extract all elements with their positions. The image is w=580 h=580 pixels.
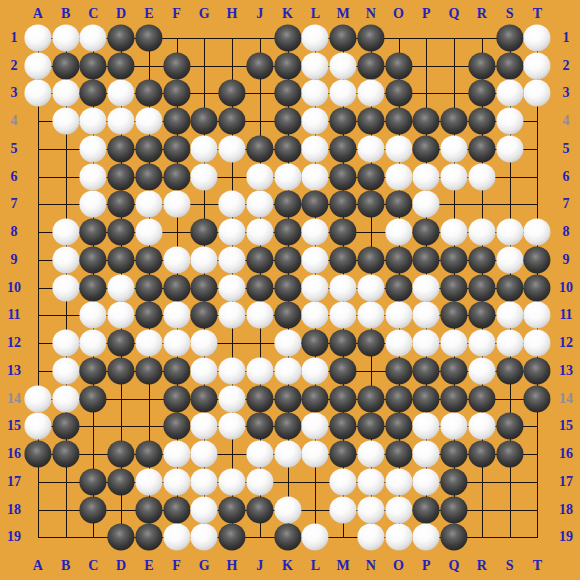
black-stone-F10[interactable] bbox=[163, 274, 190, 301]
white-stone-R12[interactable] bbox=[468, 329, 495, 356]
white-stone-L4[interactable] bbox=[302, 107, 329, 134]
black-stone-K8[interactable] bbox=[274, 218, 301, 245]
black-stone-K10[interactable] bbox=[274, 274, 301, 301]
black-stone-K9[interactable] bbox=[274, 246, 301, 273]
white-stone-K18[interactable] bbox=[274, 496, 301, 523]
black-stone-P8[interactable] bbox=[413, 218, 440, 245]
white-stone-R15[interactable] bbox=[468, 413, 495, 440]
black-stone-Q14[interactable] bbox=[440, 385, 467, 412]
white-stone-G13[interactable] bbox=[191, 357, 218, 384]
black-stone-K1[interactable] bbox=[274, 24, 301, 51]
white-stone-M2[interactable] bbox=[329, 52, 356, 79]
black-stone-M6[interactable] bbox=[329, 163, 356, 190]
white-stone-L9[interactable] bbox=[302, 246, 329, 273]
black-stone-N14[interactable] bbox=[357, 385, 384, 412]
white-stone-H9[interactable] bbox=[218, 246, 245, 273]
black-stone-K7[interactable] bbox=[274, 191, 301, 218]
black-stone-P9[interactable] bbox=[413, 246, 440, 273]
black-stone-F18[interactable] bbox=[163, 496, 190, 523]
white-stone-H8[interactable] bbox=[218, 218, 245, 245]
black-stone-C9[interactable] bbox=[80, 246, 107, 273]
white-stone-H14[interactable] bbox=[218, 385, 245, 412]
black-stone-E19[interactable] bbox=[135, 524, 162, 551]
black-stone-H3[interactable] bbox=[218, 80, 245, 107]
white-stone-P6[interactable] bbox=[413, 163, 440, 190]
black-stone-M14[interactable] bbox=[329, 385, 356, 412]
black-stone-C17[interactable] bbox=[80, 468, 107, 495]
white-stone-F9[interactable] bbox=[163, 246, 190, 273]
row-label-right: 5 bbox=[563, 142, 570, 156]
black-stone-R4[interactable] bbox=[468, 107, 495, 134]
black-stone-G14[interactable] bbox=[191, 385, 218, 412]
black-stone-S10[interactable] bbox=[496, 274, 523, 301]
row-label-left: 19 bbox=[7, 530, 21, 544]
black-stone-T10[interactable] bbox=[524, 274, 551, 301]
black-stone-N7[interactable] bbox=[357, 191, 384, 218]
black-stone-S1[interactable] bbox=[496, 24, 523, 51]
white-stone-G19[interactable] bbox=[191, 524, 218, 551]
column-label-top: G bbox=[199, 7, 210, 21]
white-stone-K12[interactable] bbox=[274, 329, 301, 356]
black-stone-L12[interactable] bbox=[302, 329, 329, 356]
white-stone-N5[interactable] bbox=[357, 135, 384, 162]
black-stone-M16[interactable] bbox=[329, 440, 356, 467]
black-stone-Q18[interactable] bbox=[440, 496, 467, 523]
white-stone-P10[interactable] bbox=[413, 274, 440, 301]
black-stone-E16[interactable] bbox=[135, 440, 162, 467]
black-stone-J9[interactable] bbox=[246, 246, 273, 273]
black-stone-A16[interactable] bbox=[24, 440, 51, 467]
white-stone-L5[interactable] bbox=[302, 135, 329, 162]
black-stone-O14[interactable] bbox=[385, 385, 412, 412]
white-stone-L15[interactable] bbox=[302, 413, 329, 440]
white-stone-J13[interactable] bbox=[246, 357, 273, 384]
white-stone-G16[interactable] bbox=[191, 440, 218, 467]
black-stone-C14[interactable] bbox=[80, 385, 107, 412]
white-stone-B1[interactable] bbox=[52, 24, 79, 51]
black-stone-O3[interactable] bbox=[385, 80, 412, 107]
black-stone-E18[interactable] bbox=[135, 496, 162, 523]
black-stone-D13[interactable] bbox=[107, 357, 134, 384]
black-stone-L14[interactable] bbox=[302, 385, 329, 412]
white-stone-Q6[interactable] bbox=[440, 163, 467, 190]
white-stone-F12[interactable] bbox=[163, 329, 190, 356]
black-stone-J14[interactable] bbox=[246, 385, 273, 412]
black-stone-J18[interactable] bbox=[246, 496, 273, 523]
black-stone-K11[interactable] bbox=[274, 302, 301, 329]
white-stone-E17[interactable] bbox=[135, 468, 162, 495]
black-stone-M9[interactable] bbox=[329, 246, 356, 273]
white-stone-P17[interactable] bbox=[413, 468, 440, 495]
black-stone-Q17[interactable] bbox=[440, 468, 467, 495]
white-stone-E4[interactable] bbox=[135, 107, 162, 134]
white-stone-S8[interactable] bbox=[496, 218, 523, 245]
black-stone-K19[interactable] bbox=[274, 524, 301, 551]
black-stone-G8[interactable] bbox=[191, 218, 218, 245]
black-stone-D9[interactable] bbox=[107, 246, 134, 273]
white-stone-O17[interactable] bbox=[385, 468, 412, 495]
black-stone-J2[interactable] bbox=[246, 52, 273, 79]
white-stone-C7[interactable] bbox=[80, 191, 107, 218]
white-stone-N19[interactable] bbox=[357, 524, 384, 551]
white-stone-C12[interactable] bbox=[80, 329, 107, 356]
white-stone-Q5[interactable] bbox=[440, 135, 467, 162]
white-stone-M18[interactable] bbox=[329, 496, 356, 523]
white-stone-J8[interactable] bbox=[246, 218, 273, 245]
white-stone-E7[interactable] bbox=[135, 191, 162, 218]
black-stone-H4[interactable] bbox=[218, 107, 245, 134]
white-stone-R8[interactable] bbox=[468, 218, 495, 245]
column-label-bottom: R bbox=[477, 559, 487, 573]
black-stone-N15[interactable] bbox=[357, 413, 384, 440]
black-stone-T13[interactable] bbox=[524, 357, 551, 384]
white-stone-M10[interactable] bbox=[329, 274, 356, 301]
black-stone-R3[interactable] bbox=[468, 80, 495, 107]
white-stone-K6[interactable] bbox=[274, 163, 301, 190]
black-stone-F14[interactable] bbox=[163, 385, 190, 412]
black-stone-K3[interactable] bbox=[274, 80, 301, 107]
black-stone-J10[interactable] bbox=[246, 274, 273, 301]
white-stone-N3[interactable] bbox=[357, 80, 384, 107]
white-stone-E8[interactable] bbox=[135, 218, 162, 245]
column-label-bottom: F bbox=[172, 559, 181, 573]
black-stone-N4[interactable] bbox=[357, 107, 384, 134]
black-stone-E6[interactable] bbox=[135, 163, 162, 190]
white-stone-L1[interactable] bbox=[302, 24, 329, 51]
column-label-bottom: K bbox=[282, 559, 293, 573]
white-stone-E12[interactable] bbox=[135, 329, 162, 356]
white-stone-J16[interactable] bbox=[246, 440, 273, 467]
white-stone-S12[interactable] bbox=[496, 329, 523, 356]
black-stone-B2[interactable] bbox=[52, 52, 79, 79]
black-stone-D8[interactable] bbox=[107, 218, 134, 245]
black-stone-Q10[interactable] bbox=[440, 274, 467, 301]
black-stone-E5[interactable] bbox=[135, 135, 162, 162]
white-stone-F16[interactable] bbox=[163, 440, 190, 467]
white-stone-J11[interactable] bbox=[246, 302, 273, 329]
black-stone-M4[interactable] bbox=[329, 107, 356, 134]
black-stone-R16[interactable] bbox=[468, 440, 495, 467]
column-label-bottom: G bbox=[199, 559, 210, 573]
black-stone-R11[interactable] bbox=[468, 302, 495, 329]
white-stone-L2[interactable] bbox=[302, 52, 329, 79]
black-stone-M5[interactable] bbox=[329, 135, 356, 162]
black-stone-G4[interactable] bbox=[191, 107, 218, 134]
black-stone-E9[interactable] bbox=[135, 246, 162, 273]
white-stone-B8[interactable] bbox=[52, 218, 79, 245]
white-stone-C5[interactable] bbox=[80, 135, 107, 162]
black-stone-M7[interactable] bbox=[329, 191, 356, 218]
white-stone-G15[interactable] bbox=[191, 413, 218, 440]
white-stone-L8[interactable] bbox=[302, 218, 329, 245]
white-stone-N18[interactable] bbox=[357, 496, 384, 523]
white-stone-O18[interactable] bbox=[385, 496, 412, 523]
black-stone-S13[interactable] bbox=[496, 357, 523, 384]
black-stone-S16[interactable] bbox=[496, 440, 523, 467]
row-label-right: 16 bbox=[559, 447, 573, 461]
black-stone-B15[interactable] bbox=[52, 413, 79, 440]
white-stone-D3[interactable] bbox=[107, 80, 134, 107]
white-stone-P12[interactable] bbox=[413, 329, 440, 356]
white-stone-N17[interactable] bbox=[357, 468, 384, 495]
black-stone-Q13[interactable] bbox=[440, 357, 467, 384]
black-stone-N9[interactable] bbox=[357, 246, 384, 273]
white-stone-C4[interactable] bbox=[80, 107, 107, 134]
black-stone-S2[interactable] bbox=[496, 52, 523, 79]
white-stone-H15[interactable] bbox=[218, 413, 245, 440]
black-stone-E11[interactable] bbox=[135, 302, 162, 329]
white-stone-C11[interactable] bbox=[80, 302, 107, 329]
black-stone-E10[interactable] bbox=[135, 274, 162, 301]
white-stone-T11[interactable] bbox=[524, 302, 551, 329]
column-label-top: B bbox=[61, 7, 70, 21]
white-stone-G18[interactable] bbox=[191, 496, 218, 523]
black-stone-D2[interactable] bbox=[107, 52, 134, 79]
white-stone-L3[interactable] bbox=[302, 80, 329, 107]
black-stone-K14[interactable] bbox=[274, 385, 301, 412]
white-stone-L11[interactable] bbox=[302, 302, 329, 329]
white-stone-A2[interactable] bbox=[24, 52, 51, 79]
white-stone-H10[interactable] bbox=[218, 274, 245, 301]
black-stone-N2[interactable] bbox=[357, 52, 384, 79]
white-stone-L13[interactable] bbox=[302, 357, 329, 384]
white-stone-S5[interactable] bbox=[496, 135, 523, 162]
white-stone-F19[interactable] bbox=[163, 524, 190, 551]
white-stone-L19[interactable] bbox=[302, 524, 329, 551]
white-stone-A14[interactable] bbox=[24, 385, 51, 412]
black-stone-O10[interactable] bbox=[385, 274, 412, 301]
black-stone-K2[interactable] bbox=[274, 52, 301, 79]
column-label-bottom: A bbox=[33, 559, 43, 573]
white-stone-N16[interactable] bbox=[357, 440, 384, 467]
black-stone-C18[interactable] bbox=[80, 496, 107, 523]
white-stone-O6[interactable] bbox=[385, 163, 412, 190]
black-stone-O2[interactable] bbox=[385, 52, 412, 79]
black-stone-C3[interactable] bbox=[80, 80, 107, 107]
black-stone-K15[interactable] bbox=[274, 413, 301, 440]
black-stone-D1[interactable] bbox=[107, 24, 134, 51]
white-stone-D11[interactable] bbox=[107, 302, 134, 329]
black-stone-D16[interactable] bbox=[107, 440, 134, 467]
column-label-top: K bbox=[282, 7, 293, 21]
white-stone-M11[interactable] bbox=[329, 302, 356, 329]
white-stone-C1[interactable] bbox=[80, 24, 107, 51]
white-stone-O12[interactable] bbox=[385, 329, 412, 356]
white-stone-G9[interactable] bbox=[191, 246, 218, 273]
white-stone-O11[interactable] bbox=[385, 302, 412, 329]
white-stone-H11[interactable] bbox=[218, 302, 245, 329]
white-stone-B3[interactable] bbox=[52, 80, 79, 107]
black-stone-P14[interactable] bbox=[413, 385, 440, 412]
white-stone-L6[interactable] bbox=[302, 163, 329, 190]
black-stone-N1[interactable] bbox=[357, 24, 384, 51]
black-stone-M8[interactable] bbox=[329, 218, 356, 245]
column-label-top: A bbox=[33, 7, 43, 21]
white-stone-S3[interactable] bbox=[496, 80, 523, 107]
black-stone-M15[interactable] bbox=[329, 413, 356, 440]
black-stone-H18[interactable] bbox=[218, 496, 245, 523]
black-stone-D7[interactable] bbox=[107, 191, 134, 218]
black-stone-Q4[interactable] bbox=[440, 107, 467, 134]
white-stone-F17[interactable] bbox=[163, 468, 190, 495]
white-stone-B9[interactable] bbox=[52, 246, 79, 273]
white-stone-O19[interactable] bbox=[385, 524, 412, 551]
white-stone-T3[interactable] bbox=[524, 80, 551, 107]
white-stone-F11[interactable] bbox=[163, 302, 190, 329]
black-stone-F6[interactable] bbox=[163, 163, 190, 190]
white-stone-T1[interactable] bbox=[524, 24, 551, 51]
black-stone-P5[interactable] bbox=[413, 135, 440, 162]
black-stone-D17[interactable] bbox=[107, 468, 134, 495]
black-stone-P13[interactable] bbox=[413, 357, 440, 384]
white-stone-J6[interactable] bbox=[246, 163, 273, 190]
black-stone-F3[interactable] bbox=[163, 80, 190, 107]
white-stone-G6[interactable] bbox=[191, 163, 218, 190]
black-stone-T9[interactable] bbox=[524, 246, 551, 273]
white-stone-B12[interactable] bbox=[52, 329, 79, 356]
white-stone-C6[interactable] bbox=[80, 163, 107, 190]
black-stone-F2[interactable] bbox=[163, 52, 190, 79]
black-stone-F13[interactable] bbox=[163, 357, 190, 384]
white-stone-Q12[interactable] bbox=[440, 329, 467, 356]
white-stone-Q8[interactable] bbox=[440, 218, 467, 245]
white-stone-P19[interactable] bbox=[413, 524, 440, 551]
white-stone-J17[interactable] bbox=[246, 468, 273, 495]
white-stone-O8[interactable] bbox=[385, 218, 412, 245]
black-stone-T14[interactable] bbox=[524, 385, 551, 412]
white-stone-A15[interactable] bbox=[24, 413, 51, 440]
white-stone-G5[interactable] bbox=[191, 135, 218, 162]
white-stone-F7[interactable] bbox=[163, 191, 190, 218]
white-stone-G12[interactable] bbox=[191, 329, 218, 356]
black-stone-P4[interactable] bbox=[413, 107, 440, 134]
white-stone-L16[interactable] bbox=[302, 440, 329, 467]
black-stone-Q11[interactable] bbox=[440, 302, 467, 329]
white-stone-B10[interactable] bbox=[52, 274, 79, 301]
black-stone-O15[interactable] bbox=[385, 413, 412, 440]
white-stone-S4[interactable] bbox=[496, 107, 523, 134]
white-stone-B4[interactable] bbox=[52, 107, 79, 134]
white-stone-A1[interactable] bbox=[24, 24, 51, 51]
black-stone-L7[interactable] bbox=[302, 191, 329, 218]
white-stone-A3[interactable] bbox=[24, 80, 51, 107]
white-stone-P16[interactable] bbox=[413, 440, 440, 467]
white-stone-P15[interactable] bbox=[413, 413, 440, 440]
white-stone-R6[interactable] bbox=[468, 163, 495, 190]
black-stone-F5[interactable] bbox=[163, 135, 190, 162]
black-stone-Q19[interactable] bbox=[440, 524, 467, 551]
black-stone-E13[interactable] bbox=[135, 357, 162, 384]
black-stone-J5[interactable] bbox=[246, 135, 273, 162]
black-stone-C13[interactable] bbox=[80, 357, 107, 384]
black-stone-O7[interactable] bbox=[385, 191, 412, 218]
black-stone-O4[interactable] bbox=[385, 107, 412, 134]
black-stone-M1[interactable] bbox=[329, 24, 356, 51]
white-stone-N10[interactable] bbox=[357, 274, 384, 301]
black-stone-R10[interactable] bbox=[468, 274, 495, 301]
black-stone-O9[interactable] bbox=[385, 246, 412, 273]
white-stone-H7[interactable] bbox=[218, 191, 245, 218]
black-stone-P18[interactable] bbox=[413, 496, 440, 523]
black-stone-D6[interactable] bbox=[107, 163, 134, 190]
black-stone-F15[interactable] bbox=[163, 413, 190, 440]
black-stone-E1[interactable] bbox=[135, 24, 162, 51]
white-stone-M17[interactable] bbox=[329, 468, 356, 495]
black-stone-R9[interactable] bbox=[468, 246, 495, 273]
black-stone-O13[interactable] bbox=[385, 357, 412, 384]
black-stone-C8[interactable] bbox=[80, 218, 107, 245]
row-label-right: 15 bbox=[559, 419, 573, 433]
row-label-right: 7 bbox=[563, 197, 570, 211]
black-stone-C10[interactable] bbox=[80, 274, 107, 301]
black-stone-R2[interactable] bbox=[468, 52, 495, 79]
black-stone-K4[interactable] bbox=[274, 107, 301, 134]
white-stone-B13[interactable] bbox=[52, 357, 79, 384]
black-stone-O16[interactable] bbox=[385, 440, 412, 467]
black-stone-H19[interactable] bbox=[218, 524, 245, 551]
black-stone-N12[interactable] bbox=[357, 329, 384, 356]
black-stone-E3[interactable] bbox=[135, 80, 162, 107]
white-stone-N11[interactable] bbox=[357, 302, 384, 329]
white-stone-B14[interactable] bbox=[52, 385, 79, 412]
white-stone-R13[interactable] bbox=[468, 357, 495, 384]
go-board[interactable]: AABBCCDDEEFFGGHHJJKKLLMMNNOOPPQQRRSSTT11… bbox=[0, 0, 580, 580]
black-stone-Q9[interactable] bbox=[440, 246, 467, 273]
white-stone-S11[interactable] bbox=[496, 302, 523, 329]
white-stone-P11[interactable] bbox=[413, 302, 440, 329]
white-stone-T12[interactable] bbox=[524, 329, 551, 356]
black-stone-M12[interactable] bbox=[329, 329, 356, 356]
white-stone-P7[interactable] bbox=[413, 191, 440, 218]
white-stone-G17[interactable] bbox=[191, 468, 218, 495]
white-stone-T8[interactable] bbox=[524, 218, 551, 245]
black-stone-D12[interactable] bbox=[107, 329, 134, 356]
black-stone-M13[interactable] bbox=[329, 357, 356, 384]
black-stone-G10[interactable] bbox=[191, 274, 218, 301]
black-stone-S15[interactable] bbox=[496, 413, 523, 440]
black-stone-K5[interactable] bbox=[274, 135, 301, 162]
white-stone-L10[interactable] bbox=[302, 274, 329, 301]
black-stone-C2[interactable] bbox=[80, 52, 107, 79]
white-stone-J7[interactable] bbox=[246, 191, 273, 218]
black-stone-D19[interactable] bbox=[107, 524, 134, 551]
black-stone-R5[interactable] bbox=[468, 135, 495, 162]
white-stone-H13[interactable] bbox=[218, 357, 245, 384]
white-stone-M3[interactable] bbox=[329, 80, 356, 107]
black-stone-D5[interactable] bbox=[107, 135, 134, 162]
white-stone-H5[interactable] bbox=[218, 135, 245, 162]
white-stone-H17[interactable] bbox=[218, 468, 245, 495]
black-stone-Q16[interactable] bbox=[440, 440, 467, 467]
column-label-top: J bbox=[256, 7, 263, 21]
white-stone-T2[interactable] bbox=[524, 52, 551, 79]
white-stone-Q15[interactable] bbox=[440, 413, 467, 440]
white-stone-K13[interactable] bbox=[274, 357, 301, 384]
black-stone-J15[interactable] bbox=[246, 413, 273, 440]
white-stone-S9[interactable] bbox=[496, 246, 523, 273]
white-stone-O5[interactable] bbox=[385, 135, 412, 162]
white-stone-K16[interactable] bbox=[274, 440, 301, 467]
white-stone-D10[interactable] bbox=[107, 274, 134, 301]
white-stone-D4[interactable] bbox=[107, 107, 134, 134]
black-stone-G11[interactable] bbox=[191, 302, 218, 329]
black-stone-F4[interactable] bbox=[163, 107, 190, 134]
black-stone-B16[interactable] bbox=[52, 440, 79, 467]
black-stone-R14[interactable] bbox=[468, 385, 495, 412]
row-label-right: 19 bbox=[559, 530, 573, 544]
black-stone-N6[interactable] bbox=[357, 163, 384, 190]
column-label-bottom: T bbox=[533, 559, 542, 573]
